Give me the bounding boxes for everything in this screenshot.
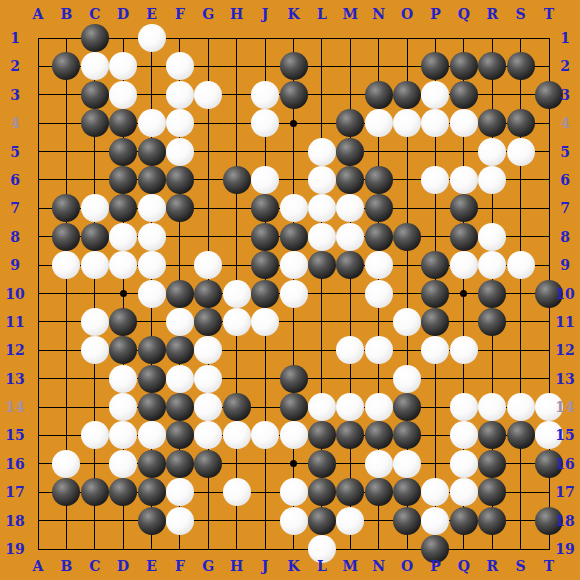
white-stone xyxy=(166,478,194,506)
row-label-right: 8 xyxy=(560,229,570,245)
column-label-top: C xyxy=(89,6,100,22)
row-label-left: 1 xyxy=(10,30,20,46)
white-stone xyxy=(507,251,535,279)
white-stone xyxy=(138,109,166,137)
black-stone xyxy=(223,393,251,421)
black-stone xyxy=(308,251,336,279)
white-stone xyxy=(478,138,506,166)
black-stone xyxy=(109,478,137,506)
column-label-top: K xyxy=(287,6,299,22)
white-stone xyxy=(478,223,506,251)
star-point xyxy=(120,290,127,297)
black-stone xyxy=(308,450,336,478)
column-label-top: A xyxy=(33,6,44,22)
black-stone xyxy=(109,308,137,336)
row-label-left: 8 xyxy=(10,229,20,245)
row-label-left: 7 xyxy=(10,200,20,216)
black-stone xyxy=(393,223,421,251)
white-stone xyxy=(450,109,478,137)
row-label-right: 7 xyxy=(560,200,570,216)
black-stone xyxy=(166,421,194,449)
white-stone xyxy=(450,251,478,279)
black-stone xyxy=(166,166,194,194)
row-label-right: 13 xyxy=(555,371,574,387)
black-stone xyxy=(308,478,336,506)
white-stone xyxy=(223,421,251,449)
column-label-bottom: S xyxy=(516,558,526,574)
white-stone xyxy=(138,223,166,251)
column-label-top: M xyxy=(343,6,359,22)
white-stone xyxy=(194,365,222,393)
white-stone xyxy=(280,194,308,222)
white-stone xyxy=(280,507,308,535)
column-label-top: Q xyxy=(458,6,470,22)
column-label-bottom: G xyxy=(202,558,214,574)
black-stone xyxy=(166,280,194,308)
black-stone xyxy=(450,81,478,109)
row-label-left: 2 xyxy=(10,58,20,74)
black-stone xyxy=(365,81,393,109)
black-stone xyxy=(166,393,194,421)
white-stone xyxy=(81,308,109,336)
black-stone xyxy=(478,421,506,449)
black-stone xyxy=(308,421,336,449)
column-label-top: D xyxy=(117,6,129,22)
column-label-top: J xyxy=(262,6,269,22)
row-label-right: 18 xyxy=(555,513,574,529)
row-label-left: 14 xyxy=(5,399,24,415)
row-label-right: 9 xyxy=(560,257,570,273)
column-label-top: F xyxy=(175,6,185,22)
column-label-bottom: T xyxy=(544,558,554,574)
white-stone xyxy=(109,251,137,279)
black-stone xyxy=(138,507,166,535)
white-stone xyxy=(365,280,393,308)
black-stone xyxy=(52,223,80,251)
white-stone xyxy=(365,251,393,279)
column-label-bottom: H xyxy=(230,558,243,574)
black-stone xyxy=(308,507,336,535)
white-stone xyxy=(251,166,279,194)
white-stone xyxy=(194,393,222,421)
black-stone xyxy=(138,138,166,166)
black-stone xyxy=(52,194,80,222)
black-stone xyxy=(393,393,421,421)
black-stone xyxy=(450,194,478,222)
white-stone xyxy=(308,138,336,166)
white-stone xyxy=(336,223,364,251)
column-label-bottom: B xyxy=(60,558,72,574)
black-stone xyxy=(194,280,222,308)
white-stone xyxy=(450,450,478,478)
black-stone xyxy=(138,393,166,421)
row-label-right: 4 xyxy=(560,115,570,131)
column-label-bottom: P xyxy=(430,558,441,574)
white-stone xyxy=(251,421,279,449)
black-stone xyxy=(393,81,421,109)
white-stone xyxy=(421,336,449,364)
black-stone xyxy=(251,251,279,279)
white-stone xyxy=(109,223,137,251)
white-stone xyxy=(109,393,137,421)
column-label-top: S xyxy=(516,6,526,22)
white-stone xyxy=(166,52,194,80)
white-stone xyxy=(450,166,478,194)
white-stone xyxy=(507,138,535,166)
white-stone xyxy=(280,280,308,308)
black-stone xyxy=(194,450,222,478)
column-label-bottom: R xyxy=(486,558,498,574)
white-stone xyxy=(421,166,449,194)
black-stone xyxy=(138,365,166,393)
column-label-bottom: O xyxy=(401,558,413,574)
white-stone xyxy=(194,251,222,279)
column-label-top: T xyxy=(544,6,554,22)
column-label-top: B xyxy=(60,6,72,22)
white-stone xyxy=(166,138,194,166)
white-stone xyxy=(365,109,393,137)
black-stone xyxy=(478,308,506,336)
white-stone xyxy=(478,393,506,421)
white-stone xyxy=(81,421,109,449)
grid-line-horizontal xyxy=(38,549,550,550)
column-label-bottom: K xyxy=(287,558,299,574)
column-label-bottom: Q xyxy=(458,558,470,574)
star-point xyxy=(290,460,297,467)
column-label-bottom: E xyxy=(146,558,157,574)
black-stone xyxy=(138,166,166,194)
column-label-top: L xyxy=(317,6,327,22)
white-stone xyxy=(421,478,449,506)
white-stone xyxy=(308,194,336,222)
black-stone xyxy=(450,507,478,535)
white-stone xyxy=(138,24,166,52)
row-label-right: 16 xyxy=(555,456,574,472)
white-stone xyxy=(109,81,137,109)
black-stone xyxy=(507,52,535,80)
column-label-top: P xyxy=(430,6,441,22)
black-stone xyxy=(138,450,166,478)
column-label-bottom: A xyxy=(33,558,44,574)
white-stone xyxy=(52,251,80,279)
row-label-left: 11 xyxy=(5,314,24,330)
black-stone xyxy=(280,365,308,393)
row-label-left: 5 xyxy=(10,144,20,160)
row-label-right: 14 xyxy=(555,399,574,415)
black-stone xyxy=(336,138,364,166)
white-stone xyxy=(251,308,279,336)
row-label-left: 16 xyxy=(5,456,24,472)
black-stone xyxy=(251,194,279,222)
black-stone xyxy=(507,109,535,137)
black-stone xyxy=(109,336,137,364)
black-stone xyxy=(336,166,364,194)
white-stone xyxy=(421,507,449,535)
white-stone xyxy=(280,251,308,279)
black-stone xyxy=(365,478,393,506)
white-stone xyxy=(223,280,251,308)
white-stone xyxy=(109,421,137,449)
white-stone xyxy=(166,507,194,535)
black-stone xyxy=(280,393,308,421)
column-label-bottom: N xyxy=(372,558,385,574)
black-stone xyxy=(365,194,393,222)
white-stone xyxy=(194,81,222,109)
white-stone xyxy=(166,81,194,109)
black-stone xyxy=(109,109,137,137)
column-label-bottom: M xyxy=(343,558,359,574)
black-stone xyxy=(280,52,308,80)
white-stone xyxy=(280,478,308,506)
white-stone xyxy=(365,393,393,421)
black-stone xyxy=(478,507,506,535)
black-stone xyxy=(421,308,449,336)
white-stone xyxy=(138,280,166,308)
column-label-top: E xyxy=(146,6,157,22)
row-label-right: 6 xyxy=(560,172,570,188)
row-label-left: 18 xyxy=(5,513,24,529)
row-label-right: 19 xyxy=(555,541,574,557)
row-label-left: 9 xyxy=(10,257,20,273)
white-stone xyxy=(166,109,194,137)
white-stone xyxy=(138,194,166,222)
white-stone xyxy=(308,393,336,421)
white-stone xyxy=(81,251,109,279)
black-stone xyxy=(109,194,137,222)
white-stone xyxy=(450,393,478,421)
black-stone xyxy=(138,336,166,364)
white-stone xyxy=(365,336,393,364)
column-label-bottom: C xyxy=(89,558,100,574)
white-stone xyxy=(393,450,421,478)
white-stone xyxy=(109,365,137,393)
black-stone xyxy=(52,52,80,80)
white-stone xyxy=(336,507,364,535)
black-stone xyxy=(336,478,364,506)
white-stone xyxy=(166,308,194,336)
white-stone xyxy=(52,450,80,478)
row-label-right: 1 xyxy=(560,30,570,46)
white-stone xyxy=(109,52,137,80)
white-stone xyxy=(478,166,506,194)
black-stone xyxy=(223,166,251,194)
row-label-left: 19 xyxy=(5,541,24,557)
black-stone xyxy=(365,166,393,194)
white-stone xyxy=(507,393,535,421)
white-stone xyxy=(393,109,421,137)
white-stone xyxy=(336,194,364,222)
white-stone xyxy=(251,109,279,137)
black-stone xyxy=(109,138,137,166)
black-stone xyxy=(280,81,308,109)
column-label-top: R xyxy=(486,6,498,22)
white-stone xyxy=(393,365,421,393)
black-stone xyxy=(478,52,506,80)
black-stone xyxy=(478,478,506,506)
black-stone xyxy=(280,223,308,251)
white-stone xyxy=(194,421,222,449)
row-label-left: 4 xyxy=(10,115,20,131)
black-stone xyxy=(393,507,421,535)
white-stone xyxy=(450,336,478,364)
row-label-left: 12 xyxy=(5,342,24,358)
white-stone xyxy=(450,478,478,506)
black-stone xyxy=(393,478,421,506)
column-label-bottom: J xyxy=(262,558,269,574)
black-stone xyxy=(450,223,478,251)
white-stone xyxy=(223,308,251,336)
row-label-right: 5 xyxy=(560,144,570,160)
white-stone xyxy=(421,81,449,109)
black-stone xyxy=(52,478,80,506)
black-stone xyxy=(251,280,279,308)
black-stone xyxy=(393,421,421,449)
white-stone xyxy=(280,421,308,449)
white-stone xyxy=(393,308,421,336)
black-stone xyxy=(336,109,364,137)
white-stone xyxy=(450,421,478,449)
black-stone xyxy=(365,223,393,251)
white-stone xyxy=(251,81,279,109)
row-label-left: 10 xyxy=(5,286,24,302)
row-label-left: 3 xyxy=(10,87,20,103)
black-stone xyxy=(336,251,364,279)
white-stone xyxy=(365,450,393,478)
white-stone xyxy=(109,450,137,478)
column-label-top: N xyxy=(372,6,385,22)
black-stone xyxy=(478,280,506,308)
black-stone xyxy=(81,24,109,52)
black-stone xyxy=(194,308,222,336)
black-stone xyxy=(81,478,109,506)
row-label-right: 15 xyxy=(555,427,574,443)
column-label-bottom: L xyxy=(317,558,327,574)
go-board[interactable]: AA11BB22CC33DD44EE55FF66GG77HH88JJ99KK10… xyxy=(0,0,580,580)
row-label-left: 15 xyxy=(5,427,24,443)
black-stone xyxy=(138,478,166,506)
white-stone xyxy=(138,251,166,279)
row-label-left: 6 xyxy=(10,172,20,188)
black-stone xyxy=(336,421,364,449)
black-stone xyxy=(535,81,563,109)
white-stone xyxy=(478,251,506,279)
white-stone xyxy=(194,336,222,364)
black-stone xyxy=(81,223,109,251)
black-stone xyxy=(421,52,449,80)
white-stone xyxy=(166,365,194,393)
white-stone xyxy=(308,223,336,251)
white-stone xyxy=(336,393,364,421)
black-stone xyxy=(365,421,393,449)
white-stone xyxy=(223,478,251,506)
white-stone xyxy=(81,52,109,80)
black-stone xyxy=(166,336,194,364)
row-label-right: 12 xyxy=(555,342,574,358)
black-stone xyxy=(166,194,194,222)
white-stone xyxy=(421,109,449,137)
black-stone xyxy=(421,251,449,279)
row-label-right: 2 xyxy=(560,58,570,74)
column-label-bottom: F xyxy=(175,558,185,574)
row-label-left: 17 xyxy=(5,484,24,500)
row-label-right: 17 xyxy=(555,484,574,500)
black-stone xyxy=(81,81,109,109)
black-stone xyxy=(421,280,449,308)
row-label-right: 11 xyxy=(555,314,574,330)
black-stone xyxy=(450,52,478,80)
black-stone xyxy=(478,450,506,478)
black-stone xyxy=(507,421,535,449)
star-point xyxy=(460,290,467,297)
white-stone xyxy=(336,336,364,364)
black-stone xyxy=(166,450,194,478)
row-label-left: 13 xyxy=(5,371,24,387)
row-label-right: 10 xyxy=(555,286,574,302)
white-stone xyxy=(81,194,109,222)
black-stone xyxy=(251,223,279,251)
star-point xyxy=(290,120,297,127)
white-stone xyxy=(308,166,336,194)
white-stone xyxy=(81,336,109,364)
column-label-top: G xyxy=(202,6,214,22)
white-stone xyxy=(138,421,166,449)
column-label-top: H xyxy=(230,6,243,22)
black-stone xyxy=(109,166,137,194)
black-stone xyxy=(478,109,506,137)
black-stone xyxy=(81,109,109,137)
column-label-bottom: D xyxy=(117,558,129,574)
row-label-right: 3 xyxy=(560,87,570,103)
column-label-top: O xyxy=(401,6,413,22)
